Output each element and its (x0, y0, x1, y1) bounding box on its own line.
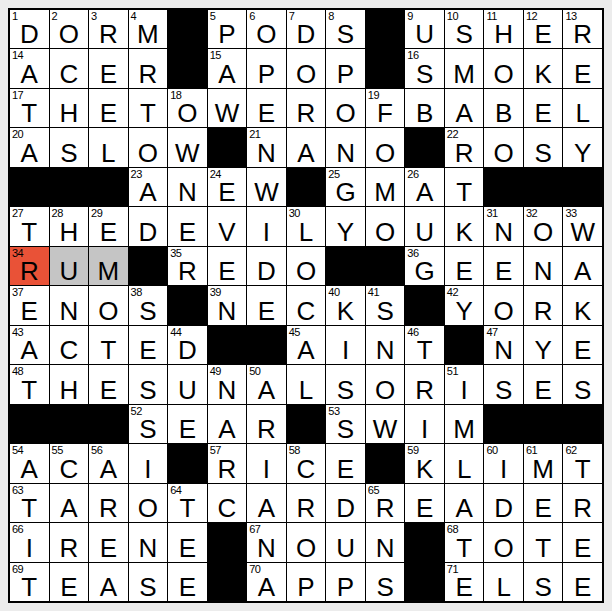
cell-letter: E (524, 495, 563, 521)
cell-letter: K (405, 456, 444, 482)
black-cell-r8c5 (168, 286, 207, 324)
cell-r10c15[interactable]: S (563, 365, 602, 403)
cell-r7c3[interactable]: M (89, 247, 128, 285)
black-cell-r5c8 (287, 168, 326, 206)
cell-r8c6[interactable]: 39N (208, 286, 247, 324)
cell-letter: O (366, 377, 405, 403)
cell-r14c1[interactable]: 66I (10, 523, 49, 561)
cell-r7c13[interactable]: E (484, 247, 523, 285)
cell-letter: R (208, 456, 247, 482)
cell-letter: A (10, 140, 49, 166)
cell-r13c8[interactable]: R (287, 484, 326, 522)
cell-r15c15[interactable]: E (563, 563, 602, 601)
cell-r14c12[interactable]: 68T (445, 523, 484, 561)
cell-r14c15[interactable]: E (563, 523, 602, 561)
cell-r1c13[interactable]: 11H (484, 10, 523, 48)
cell-r14c2[interactable]: R (50, 523, 89, 561)
cell-letter: V (208, 219, 247, 245)
cell-r12c9[interactable]: E (326, 444, 365, 482)
cell-letter: S (445, 21, 484, 47)
cell-letter: O (326, 100, 365, 126)
cell-letter: C (50, 61, 89, 87)
cell-r7c6[interactable]: E (208, 247, 247, 285)
cell-r14c10[interactable]: N (366, 523, 405, 561)
cell-letter: S (405, 61, 444, 87)
cell-letter: A (50, 495, 89, 521)
cell-letter: E (247, 298, 286, 324)
cell-r9c8[interactable]: 45A (287, 326, 326, 364)
cell-letter: E (89, 100, 128, 126)
cell-r13c2[interactable]: A (50, 484, 89, 522)
cell-r8c3[interactable]: O (89, 286, 128, 324)
cell-letter: T (405, 337, 444, 363)
cell-r13c4[interactable]: O (129, 484, 168, 522)
cell-letter: Y (524, 337, 563, 363)
cell-r1c7[interactable]: 6O (247, 10, 286, 48)
cell-r1c6[interactable]: 5P (208, 10, 247, 48)
cell-r12c4[interactable]: I (129, 444, 168, 482)
cell-letter: D (247, 258, 286, 284)
cell-letter: R (287, 100, 326, 126)
cell-r3c12[interactable]: A (445, 89, 484, 127)
cell-r5c10[interactable]: M (366, 168, 405, 206)
cell-r15c8[interactable]: P (287, 563, 326, 601)
cell-r3c5[interactable]: 18O (168, 89, 207, 127)
cell-r4c7[interactable]: 21N (247, 128, 286, 166)
cell-r7c14[interactable]: N (524, 247, 563, 285)
black-cell-r11c15 (563, 405, 602, 443)
cell-letter: T (10, 574, 49, 600)
cell-r7c8[interactable]: O (287, 247, 326, 285)
cell-r3c11[interactable]: B (405, 89, 444, 127)
cell-r14c9[interactable]: U (326, 523, 365, 561)
black-cell-r2c5 (168, 49, 207, 87)
cell-r5c7[interactable]: W (247, 168, 286, 206)
cell-letter: O (89, 298, 128, 324)
cell-r13c3[interactable]: R (89, 484, 128, 522)
cell-r15c14[interactable]: S (524, 563, 563, 601)
cell-r10c11[interactable]: R (405, 365, 444, 403)
cell-r10c13[interactable]: S (484, 365, 523, 403)
cell-letter: E (405, 495, 444, 521)
cell-r1c3[interactable]: 3R (89, 10, 128, 48)
cell-r8c7[interactable]: E (247, 286, 286, 324)
cell-letter: H (50, 100, 89, 126)
black-cell-r2c10 (366, 49, 405, 87)
cell-letter: G (405, 258, 444, 284)
cell-r6c7[interactable]: I (247, 207, 286, 245)
cell-r3c6[interactable]: W (208, 89, 247, 127)
cell-r1c9[interactable]: 8S (326, 10, 365, 48)
cell-letter: O (129, 140, 168, 166)
cell-r10c10[interactable]: O (366, 365, 405, 403)
cell-letter: F (366, 100, 405, 126)
cell-r2c9[interactable]: P (326, 49, 365, 87)
cell-r8c1[interactable]: 37E (10, 286, 49, 324)
cell-letter: E (168, 535, 207, 561)
cell-letter: A (247, 377, 286, 403)
cell-letter: I (247, 219, 286, 245)
cell-letter: Y (563, 140, 602, 166)
cell-letter: W (366, 416, 405, 442)
cell-r15c13[interactable]: L (484, 563, 523, 601)
cell-r4c15[interactable]: Y (563, 128, 602, 166)
cell-r10c14[interactable]: E (524, 365, 563, 403)
cell-r11c11[interactable]: I (405, 405, 444, 443)
cell-letter: N (208, 298, 247, 324)
cell-r10c7[interactable]: 50A (247, 365, 286, 403)
cell-letter: S (484, 377, 523, 403)
cell-r1c8[interactable]: 7D (287, 10, 326, 48)
cell-r14c5[interactable]: E (168, 523, 207, 561)
cell-r3c4[interactable]: T (129, 89, 168, 127)
cell-r6c12[interactable]: K (445, 207, 484, 245)
cell-letter: R (524, 298, 563, 324)
cell-r3c7[interactable]: E (247, 89, 286, 127)
cell-r12c7[interactable]: I (247, 444, 286, 482)
cell-r11c7[interactable]: R (247, 405, 286, 443)
cell-r7c15[interactable]: A (563, 247, 602, 285)
cell-r8c9[interactable]: 40K (326, 286, 365, 324)
cell-r6c3[interactable]: 29E (89, 207, 128, 245)
cell-r13c7[interactable]: A (247, 484, 286, 522)
cell-r13c6[interactable]: C (208, 484, 247, 522)
black-cell-r15c6 (208, 563, 247, 601)
cell-r2c11[interactable]: 16S (405, 49, 444, 87)
cell-r10c5[interactable]: U (168, 365, 207, 403)
black-cell-r4c11 (405, 128, 444, 166)
cell-r1c15[interactable]: 13R (563, 10, 602, 48)
cell-r3c14[interactable]: E (524, 89, 563, 127)
black-cell-r5c13 (484, 168, 523, 206)
cell-letter: I (326, 337, 365, 363)
cell-letter: U (405, 219, 444, 245)
cell-letter: I (484, 456, 523, 482)
cell-r1c1[interactable]: 1D (10, 10, 49, 48)
cell-letter: R (287, 495, 326, 521)
cell-r1c11[interactable]: 9U (405, 10, 444, 48)
cell-letter: N (326, 140, 365, 166)
cell-r11c12[interactable]: M (445, 405, 484, 443)
cell-letter: O (287, 61, 326, 87)
cell-letter: P (287, 574, 326, 600)
cell-letter: C (50, 337, 89, 363)
cell-letter: K (445, 219, 484, 245)
cell-r2c6[interactable]: 15A (208, 49, 247, 87)
cell-r9c10[interactable]: N (366, 326, 405, 364)
cell-letter: N (247, 140, 286, 166)
cell-letter: W (208, 100, 247, 126)
cell-letter: C (287, 298, 326, 324)
cell-letter: M (129, 21, 168, 47)
cell-r12c2[interactable]: 55C (50, 444, 89, 482)
cell-r8c10[interactable]: 41S (366, 286, 405, 324)
cell-letter: N (247, 535, 286, 561)
black-cell-r1c10 (366, 10, 405, 48)
black-cell-r11c2 (50, 405, 89, 443)
cell-r3c9[interactable]: O (326, 89, 365, 127)
cell-r8c13[interactable]: O (484, 286, 523, 324)
cell-r2c2[interactable]: C (50, 49, 89, 87)
cell-r2c15[interactable]: E (563, 49, 602, 87)
cell-r13c14[interactable]: E (524, 484, 563, 522)
cell-r9c5[interactable]: 44D (168, 326, 207, 364)
cell-r5c4[interactable]: 23A (129, 168, 168, 206)
cell-r12c12[interactable]: L (445, 444, 484, 482)
cell-r2c14[interactable]: K (524, 49, 563, 87)
cell-r15c2[interactable]: E (50, 563, 89, 601)
cell-letter: N (484, 337, 523, 363)
cell-r3c10[interactable]: 19F (366, 89, 405, 127)
cell-r6c1[interactable]: 27T (10, 207, 49, 245)
cell-letter: P (208, 21, 247, 47)
cell-r13c9[interactable]: D (326, 484, 365, 522)
cell-letter: N (50, 298, 89, 324)
cell-r4c4[interactable]: O (129, 128, 168, 166)
cell-r6c2[interactable]: 28H (50, 207, 89, 245)
cell-letter: O (247, 21, 286, 47)
cell-r2c1[interactable]: 14A (10, 49, 49, 87)
cell-letter: H (50, 219, 89, 245)
black-cell-r11c3 (89, 405, 128, 443)
cell-r5c11[interactable]: 26A (405, 168, 444, 206)
black-cell-r7c4 (129, 247, 168, 285)
cell-letter: K (563, 298, 602, 324)
cell-letter: S (326, 416, 365, 442)
cell-letter: L (563, 100, 602, 126)
cell-r7c1[interactable]: 34R (10, 247, 49, 285)
cell-r13c15[interactable]: R (563, 484, 602, 522)
cell-r4c2[interactable]: S (50, 128, 89, 166)
cell-r15c9[interactable]: P (326, 563, 365, 601)
cell-r4c9[interactable]: N (326, 128, 365, 166)
cell-r13c11[interactable]: E (405, 484, 444, 522)
cell-r7c2[interactable]: U (50, 247, 89, 285)
cell-letter: C (287, 456, 326, 482)
cell-r9c1[interactable]: 43A (10, 326, 49, 364)
cell-letter: L (484, 574, 523, 600)
cell-letter: S (524, 574, 563, 600)
cell-r8c4[interactable]: 38S (129, 286, 168, 324)
cell-r11c5[interactable]: E (168, 405, 207, 443)
cell-r6c8[interactable]: 30L (287, 207, 326, 245)
cell-r15c1[interactable]: 69T (10, 563, 49, 601)
black-cell-r15c11 (405, 563, 444, 601)
cell-r10c4[interactable]: S (129, 365, 168, 403)
cell-r6c10[interactable]: O (366, 207, 405, 245)
cell-letter: A (89, 574, 128, 600)
cell-r7c7[interactable]: D (247, 247, 286, 285)
cell-r1c14[interactable]: 12E (524, 10, 563, 48)
cell-r12c8[interactable]: 58C (287, 444, 326, 482)
black-cell-r8c11 (405, 286, 444, 324)
black-cell-r9c6 (208, 326, 247, 364)
cell-r10c12[interactable]: 51I (445, 365, 484, 403)
cell-r10c1[interactable]: 48T (10, 365, 49, 403)
cell-r6c4[interactable]: D (129, 207, 168, 245)
cell-r15c4[interactable]: S (129, 563, 168, 601)
cell-r2c13[interactable]: O (484, 49, 523, 87)
cell-r2c12[interactable]: M (445, 49, 484, 87)
cell-r14c8[interactable]: O (287, 523, 326, 561)
cell-r10c9[interactable]: S (326, 365, 365, 403)
cell-letter: S (366, 574, 405, 600)
cell-r12c6[interactable]: 57R (208, 444, 247, 482)
cell-r8c2[interactable]: N (50, 286, 89, 324)
cell-letter: N (129, 535, 168, 561)
cell-r15c3[interactable]: A (89, 563, 128, 601)
cell-r4c1[interactable]: 20A (10, 128, 49, 166)
cell-r13c13[interactable]: D (484, 484, 523, 522)
cell-r3c3[interactable]: E (89, 89, 128, 127)
cell-r12c3[interactable]: 56A (89, 444, 128, 482)
black-cell-r11c13 (484, 405, 523, 443)
cell-r11c6[interactable]: A (208, 405, 247, 443)
cell-r14c3[interactable]: E (89, 523, 128, 561)
cell-r6c15[interactable]: 33W (563, 207, 602, 245)
cell-letter: G (326, 179, 365, 205)
cell-r7c12[interactable]: E (445, 247, 484, 285)
cell-r3c13[interactable]: B (484, 89, 523, 127)
cell-letter: K (326, 298, 365, 324)
cell-r10c2[interactable]: H (50, 365, 89, 403)
cell-r6c9[interactable]: Y (326, 207, 365, 245)
cell-r8c8[interactable]: C (287, 286, 326, 324)
cell-r14c14[interactable]: T (524, 523, 563, 561)
cell-r3c15[interactable]: L (563, 89, 602, 127)
cell-letter: T (524, 535, 563, 561)
cell-r15c7[interactable]: 70A (247, 563, 286, 601)
cell-letter: H (484, 21, 523, 47)
cell-letter: E (168, 219, 207, 245)
cell-r2c4[interactable]: R (129, 49, 168, 87)
cell-r15c12[interactable]: 71E (445, 563, 484, 601)
cell-letter: E (208, 179, 247, 205)
cell-r12c14[interactable]: 61M (524, 444, 563, 482)
cell-letter: E (563, 337, 602, 363)
cell-r4c5[interactable]: W (168, 128, 207, 166)
cell-letter: H (50, 377, 89, 403)
cell-letter: E (563, 61, 602, 87)
cell-r6c5[interactable]: E (168, 207, 207, 245)
cell-letter: R (563, 495, 602, 521)
cell-r6c6[interactable]: V (208, 207, 247, 245)
cell-r15c5[interactable]: E (168, 563, 207, 601)
cell-r6c11[interactable]: U (405, 207, 444, 245)
cell-r13c5[interactable]: 64T (168, 484, 207, 522)
cell-letter: L (287, 377, 326, 403)
cell-r9c3[interactable]: T (89, 326, 128, 364)
cell-r11c10[interactable]: W (366, 405, 405, 443)
cell-r5c9[interactable]: 25G (326, 168, 365, 206)
cell-r9c11[interactable]: 46T (405, 326, 444, 364)
cell-r15c10[interactable]: S (366, 563, 405, 601)
cell-r11c4[interactable]: 52S (129, 405, 168, 443)
cell-r9c14[interactable]: Y (524, 326, 563, 364)
cell-r10c6[interactable]: 49N (208, 365, 247, 403)
cell-r1c12[interactable]: 10S (445, 10, 484, 48)
cell-letter: O (484, 61, 523, 87)
cell-r14c4[interactable]: N (129, 523, 168, 561)
cell-letter: I (247, 456, 286, 482)
cell-letter: N (524, 258, 563, 284)
cell-r5c6[interactable]: 24E (208, 168, 247, 206)
cell-r12c13[interactable]: 60I (484, 444, 523, 482)
cell-letter: R (168, 258, 207, 284)
cell-r2c8[interactable]: O (287, 49, 326, 87)
cell-r10c8[interactable]: L (287, 365, 326, 403)
cell-r4c3[interactable]: L (89, 128, 128, 166)
cell-r4c14[interactable]: S (524, 128, 563, 166)
cell-letter: O (129, 495, 168, 521)
cell-r12c11[interactable]: 59K (405, 444, 444, 482)
cell-letter: T (10, 377, 49, 403)
cell-r14c13[interactable]: O (484, 523, 523, 561)
cell-r13c10[interactable]: 65R (366, 484, 405, 522)
cell-r3c1[interactable]: 17T (10, 89, 49, 127)
cell-r13c1[interactable]: 63T (10, 484, 49, 522)
cell-r4c12[interactable]: 22R (445, 128, 484, 166)
cell-letter: U (405, 21, 444, 47)
cell-r3c8[interactable]: R (287, 89, 326, 127)
cell-r7c5[interactable]: 35R (168, 247, 207, 285)
cell-r2c3[interactable]: E (89, 49, 128, 87)
cell-letter: D (129, 219, 168, 245)
cell-r9c13[interactable]: 47N (484, 326, 523, 364)
cell-letter: S (129, 416, 168, 442)
cell-r12c1[interactable]: 54A (10, 444, 49, 482)
cell-r1c4[interactable]: 4M (129, 10, 168, 48)
cell-letter: A (10, 456, 49, 482)
cell-r8c12[interactable]: 42Y (445, 286, 484, 324)
cell-r8c15[interactable]: K (563, 286, 602, 324)
cell-r8c14[interactable]: R (524, 286, 563, 324)
cell-letter: S (563, 377, 602, 403)
cell-letter: T (168, 495, 207, 521)
cell-letter: U (168, 377, 207, 403)
cell-r2c7[interactable]: P (247, 49, 286, 87)
cell-letter: A (89, 456, 128, 482)
cell-r4c8[interactable]: A (287, 128, 326, 166)
cell-r11c9[interactable]: 53S (326, 405, 365, 443)
cell-r1c2[interactable]: 2O (50, 10, 89, 48)
cell-r7c11[interactable]: 36G (405, 247, 444, 285)
cell-r4c13[interactable]: O (484, 128, 523, 166)
cell-r6c14[interactable]: 32O (524, 207, 563, 245)
cell-r13c12[interactable]: A (445, 484, 484, 522)
black-cell-r9c12 (445, 326, 484, 364)
cell-r9c4[interactable]: E (129, 326, 168, 364)
cell-r5c12[interactable]: T (445, 168, 484, 206)
cell-letter: T (129, 100, 168, 126)
cell-r9c9[interactable]: I (326, 326, 365, 364)
cell-r5c5[interactable]: N (168, 168, 207, 206)
cell-letter: A (10, 61, 49, 87)
cell-letter: R (50, 535, 89, 561)
cell-letter: S (129, 298, 168, 324)
cell-r9c2[interactable]: C (50, 326, 89, 364)
cell-letter: I (445, 377, 484, 403)
cell-r12c15[interactable]: 62T (563, 444, 602, 482)
cell-r4c10[interactable]: O (366, 128, 405, 166)
cell-r3c2[interactable]: H (50, 89, 89, 127)
cell-r6c13[interactable]: 31N (484, 207, 523, 245)
black-cell-r1c5 (168, 10, 207, 48)
cell-r10c3[interactable]: E (89, 365, 128, 403)
cell-r14c7[interactable]: 67N (247, 523, 286, 561)
cell-r9c15[interactable]: E (563, 326, 602, 364)
cell-letter: A (563, 258, 602, 284)
